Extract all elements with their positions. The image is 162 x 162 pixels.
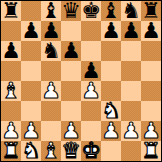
square-g5[interactable] bbox=[121, 61, 141, 81]
square-e4[interactable]: ♟ bbox=[81, 81, 101, 101]
square-f6[interactable] bbox=[101, 41, 121, 61]
square-e5[interactable]: ♟ bbox=[81, 61, 101, 81]
black-queen-d8[interactable]: ♛ bbox=[61, 1, 81, 21]
square-d2[interactable]: ♟ bbox=[61, 121, 81, 141]
square-e8[interactable]: ♚ bbox=[81, 1, 101, 21]
square-d7[interactable] bbox=[61, 21, 81, 41]
black-pawn-h7[interactable]: ♟ bbox=[141, 21, 161, 41]
square-b2[interactable]: ♟ bbox=[21, 121, 41, 141]
white-queen-d1[interactable]: ♛ bbox=[61, 141, 81, 161]
square-f5[interactable] bbox=[101, 61, 121, 81]
square-c7[interactable]: ♟ bbox=[41, 21, 61, 41]
square-b8[interactable] bbox=[21, 1, 41, 21]
square-a7[interactable] bbox=[1, 21, 21, 41]
square-g2[interactable]: ♟ bbox=[121, 121, 141, 141]
square-f4[interactable] bbox=[101, 81, 121, 101]
white-pawn-b2[interactable]: ♟ bbox=[21, 121, 41, 141]
white-pawn-a2[interactable]: ♟ bbox=[1, 121, 21, 141]
square-h3[interactable] bbox=[141, 101, 161, 121]
white-king-e1[interactable]: ♚ bbox=[81, 141, 101, 161]
square-e7[interactable] bbox=[81, 21, 101, 41]
square-a1[interactable]: ♜ bbox=[1, 141, 21, 161]
square-c5[interactable] bbox=[41, 61, 61, 81]
square-b5[interactable] bbox=[21, 61, 41, 81]
white-bishop-a4[interactable]: ♝ bbox=[1, 81, 21, 101]
black-pawn-a6[interactable]: ♟ bbox=[1, 41, 21, 61]
black-bishop-f8[interactable]: ♝ bbox=[101, 1, 121, 21]
black-pawn-d6[interactable]: ♟ bbox=[61, 41, 81, 61]
square-g4[interactable] bbox=[121, 81, 141, 101]
black-bishop-c8[interactable]: ♝ bbox=[41, 1, 61, 21]
square-f7[interactable]: ♟ bbox=[101, 21, 121, 41]
square-d8[interactable]: ♛ bbox=[61, 1, 81, 21]
square-e1[interactable]: ♚ bbox=[81, 141, 101, 161]
black-pawn-f7[interactable]: ♟ bbox=[101, 21, 121, 41]
square-a5[interactable] bbox=[1, 61, 21, 81]
white-pawn-f2[interactable]: ♟ bbox=[101, 121, 121, 141]
square-c1[interactable]: ♝ bbox=[41, 141, 61, 161]
square-e3[interactable] bbox=[81, 101, 101, 121]
black-king-e8[interactable]: ♚ bbox=[81, 1, 101, 21]
white-knight-f3[interactable]: ♞ bbox=[101, 101, 121, 121]
square-h8[interactable]: ♜ bbox=[141, 1, 161, 21]
square-g3[interactable] bbox=[121, 101, 141, 121]
square-e2[interactable] bbox=[81, 121, 101, 141]
square-a3[interactable] bbox=[1, 101, 21, 121]
white-pawn-c4[interactable]: ♟ bbox=[41, 81, 61, 101]
square-b3[interactable] bbox=[21, 101, 41, 121]
square-d6[interactable]: ♟ bbox=[61, 41, 81, 61]
square-c3[interactable] bbox=[41, 101, 61, 121]
square-g7[interactable]: ♟ bbox=[121, 21, 141, 41]
square-d4[interactable] bbox=[61, 81, 81, 101]
white-pawn-g2[interactable]: ♟ bbox=[121, 121, 141, 141]
square-e6[interactable] bbox=[81, 41, 101, 61]
square-h4[interactable] bbox=[141, 81, 161, 101]
black-pawn-e5[interactable]: ♟ bbox=[81, 61, 101, 81]
black-pawn-g7[interactable]: ♟ bbox=[121, 21, 141, 41]
black-knight-g8[interactable]: ♞ bbox=[121, 1, 141, 21]
white-knight-b1[interactable]: ♞ bbox=[21, 141, 41, 161]
square-g6[interactable] bbox=[121, 41, 141, 61]
square-h6[interactable] bbox=[141, 41, 161, 61]
black-pawn-b7[interactable]: ♟ bbox=[21, 21, 41, 41]
white-rook-a1[interactable]: ♜ bbox=[1, 141, 21, 161]
square-g1[interactable] bbox=[121, 141, 141, 161]
black-pawn-c7[interactable]: ♟ bbox=[41, 21, 61, 41]
square-b6[interactable] bbox=[21, 41, 41, 61]
black-rook-a8[interactable]: ♜ bbox=[1, 1, 21, 21]
chess-board: ♜♝♛♚♝♞♜♟♟♟♟♟♟♞♟♟♝♟♟♞♟♟♟♟♟♟♜♞♝♛♚♜ bbox=[0, 0, 162, 162]
white-rook-h1[interactable]: ♜ bbox=[141, 141, 161, 161]
square-a2[interactable]: ♟ bbox=[1, 121, 21, 141]
square-h7[interactable]: ♟ bbox=[141, 21, 161, 41]
white-pawn-h2[interactable]: ♟ bbox=[141, 121, 161, 141]
square-b7[interactable]: ♟ bbox=[21, 21, 41, 41]
square-h1[interactable]: ♜ bbox=[141, 141, 161, 161]
black-knight-c6[interactable]: ♞ bbox=[41, 41, 61, 61]
square-f2[interactable]: ♟ bbox=[101, 121, 121, 141]
square-f8[interactable]: ♝ bbox=[101, 1, 121, 21]
square-g8[interactable]: ♞ bbox=[121, 1, 141, 21]
square-b4[interactable] bbox=[21, 81, 41, 101]
square-c4[interactable]: ♟ bbox=[41, 81, 61, 101]
square-c8[interactable]: ♝ bbox=[41, 1, 61, 21]
square-d5[interactable] bbox=[61, 61, 81, 81]
square-c6[interactable]: ♞ bbox=[41, 41, 61, 61]
square-d3[interactable] bbox=[61, 101, 81, 121]
square-a4[interactable]: ♝ bbox=[1, 81, 21, 101]
square-h2[interactable]: ♟ bbox=[141, 121, 161, 141]
square-d1[interactable]: ♛ bbox=[61, 141, 81, 161]
square-a6[interactable]: ♟ bbox=[1, 41, 21, 61]
square-h5[interactable] bbox=[141, 61, 161, 81]
square-f3[interactable]: ♞ bbox=[101, 101, 121, 121]
white-pawn-d2[interactable]: ♟ bbox=[61, 121, 81, 141]
black-rook-h8[interactable]: ♜ bbox=[141, 1, 161, 21]
square-b1[interactable]: ♞ bbox=[21, 141, 41, 161]
white-pawn-e4[interactable]: ♟ bbox=[81, 81, 101, 101]
square-a8[interactable]: ♜ bbox=[1, 1, 21, 21]
square-c2[interactable] bbox=[41, 121, 61, 141]
white-bishop-c1[interactable]: ♝ bbox=[41, 141, 61, 161]
square-f1[interactable] bbox=[101, 141, 121, 161]
